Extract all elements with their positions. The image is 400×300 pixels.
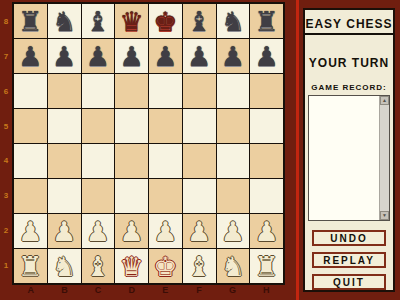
square-b5[interactable] [48,109,81,143]
black-knight-icon[interactable]: ♞ [52,8,76,35]
square-h2[interactable]: ♟ [250,214,283,248]
rank-label-2: 2 [0,213,12,248]
square-d5[interactable] [115,109,148,143]
square-f3[interactable] [183,179,216,213]
black-pawn-icon[interactable]: ♟ [52,43,76,70]
rank-label-4: 4 [0,144,12,179]
file-label-a: A [14,285,48,298]
square-h7[interactable]: ♟ [250,39,283,73]
black-bishop-icon[interactable]: ♝ [187,8,211,35]
square-c3[interactable] [82,179,115,213]
board-frame: ♜♞♝♛♚♝♞♜♟♟♟♟♟♟♟♟♟♟♟♟♟♟♟♟♜♞♝♛♚♝♞♜ [12,2,285,285]
game-record-box: ▲ ▼ [308,95,390,221]
square-f8[interactable]: ♝ [183,4,216,38]
white-rook-icon[interactable]: ♜ [255,253,279,280]
black-pawn-icon[interactable]: ♟ [187,43,211,70]
scrollbar-down-icon[interactable]: ▼ [380,211,389,220]
white-bishop-icon[interactable]: ♝ [187,253,211,280]
turn-status: YOUR TURN [309,56,389,70]
square-b7[interactable]: ♟ [48,39,81,73]
square-g7[interactable]: ♟ [217,39,250,73]
square-c5[interactable] [82,109,115,143]
white-pawn-icon[interactable]: ♟ [187,218,211,245]
file-label-b: B [48,285,82,298]
square-h8[interactable]: ♜ [250,4,283,38]
square-e3[interactable] [149,179,182,213]
square-g1[interactable]: ♞ [217,249,250,283]
file-labels: ABCDEFGH [14,285,283,298]
white-rook-icon[interactable]: ♜ [18,253,42,280]
square-d8[interactable]: ♛ [115,4,148,38]
square-c7[interactable]: ♟ [82,39,115,73]
square-g2[interactable]: ♟ [217,214,250,248]
white-pawn-icon[interactable]: ♟ [18,218,42,245]
white-knight-icon[interactable]: ♞ [221,253,245,280]
square-a3[interactable] [14,179,47,213]
black-pawn-icon[interactable]: ♟ [255,43,279,70]
square-a2[interactable]: ♟ [14,214,47,248]
white-pawn-icon[interactable]: ♟ [86,218,110,245]
white-pawn-icon[interactable]: ♟ [153,218,177,245]
square-f4[interactable] [183,144,216,178]
square-d4[interactable] [115,144,148,178]
black-pawn-icon[interactable]: ♟ [86,43,110,70]
quit-button[interactable]: QUIT [312,274,386,290]
square-h3[interactable] [250,179,283,213]
square-h5[interactable] [250,109,283,143]
square-c6[interactable] [82,74,115,108]
file-label-g: G [216,285,250,298]
square-e4[interactable] [149,144,182,178]
scrollbar-up-icon[interactable]: ▲ [380,96,389,105]
game-record-text[interactable] [311,98,378,218]
square-a8[interactable]: ♜ [14,4,47,38]
rank-label-7: 7 [0,39,12,74]
black-pawn-icon[interactable]: ♟ [18,43,42,70]
white-knight-icon[interactable]: ♞ [52,253,76,280]
square-e5[interactable] [149,109,182,143]
square-e6[interactable] [149,74,182,108]
panel-divider-line [296,0,299,300]
black-bishop-icon[interactable]: ♝ [86,8,110,35]
file-label-c: C [81,285,115,298]
chess-board: ♜♞♝♛♚♝♞♜♟♟♟♟♟♟♟♟♟♟♟♟♟♟♟♟♜♞♝♛♚♝♞♜ [14,4,283,283]
white-pawn-icon[interactable]: ♟ [255,218,279,245]
game-title: EASY CHESS [304,17,393,35]
square-b3[interactable] [48,179,81,213]
square-e2[interactable]: ♟ [149,214,182,248]
file-label-e: E [149,285,183,298]
undo-button[interactable]: UNDO [312,230,386,246]
black-knight-icon[interactable]: ♞ [221,8,245,35]
rank-label-3: 3 [0,178,12,213]
square-a1[interactable]: ♜ [14,249,47,283]
scrollbar[interactable]: ▲ ▼ [379,96,389,220]
square-b6[interactable] [48,74,81,108]
square-b4[interactable] [48,144,81,178]
square-a4[interactable] [14,144,47,178]
white-queen-icon[interactable]: ♛ [120,253,144,280]
square-d6[interactable] [115,74,148,108]
white-pawn-icon[interactable]: ♟ [52,218,76,245]
square-c4[interactable] [82,144,115,178]
black-pawn-icon[interactable]: ♟ [153,43,177,70]
square-g4[interactable] [217,144,250,178]
square-f7[interactable]: ♟ [183,39,216,73]
white-pawn-icon[interactable]: ♟ [120,218,144,245]
black-rook-icon[interactable]: ♜ [18,8,42,35]
square-f1[interactable]: ♝ [183,249,216,283]
square-h1[interactable]: ♜ [250,249,283,283]
square-b2[interactable]: ♟ [48,214,81,248]
rank-labels: 87654321 [0,4,12,283]
file-label-h: H [249,285,283,298]
square-d7[interactable]: ♟ [115,39,148,73]
square-g8[interactable]: ♞ [217,4,250,38]
square-h4[interactable] [250,144,283,178]
side-panel: EASY CHESS YOUR TURN GAME RECORD: ▲ ▼ UN… [303,8,395,292]
square-e7[interactable]: ♟ [149,39,182,73]
square-b1[interactable]: ♞ [48,249,81,283]
button-group: UNDO REPLAY QUIT [312,230,386,290]
black-pawn-icon[interactable]: ♟ [120,43,144,70]
square-f6[interactable] [183,74,216,108]
file-label-f: F [182,285,216,298]
rank-label-5: 5 [0,109,12,144]
square-g6[interactable] [217,74,250,108]
white-king-icon[interactable]: ♚ [153,253,177,280]
square-d2[interactable]: ♟ [115,214,148,248]
rank-label-8: 8 [0,4,12,39]
rank-label-6: 6 [0,74,12,109]
square-d1[interactable]: ♛ [115,249,148,283]
square-f2[interactable]: ♟ [183,214,216,248]
black-pawn-icon[interactable]: ♟ [221,43,245,70]
square-e1[interactable]: ♚ [149,249,182,283]
white-pawn-icon[interactable]: ♟ [221,218,245,245]
black-king-icon[interactable]: ♚ [153,8,177,35]
white-bishop-icon[interactable]: ♝ [86,253,110,280]
replay-button[interactable]: REPLAY [312,252,386,268]
square-b8[interactable]: ♞ [48,4,81,38]
square-d3[interactable] [115,179,148,213]
square-g5[interactable] [217,109,250,143]
square-a5[interactable] [14,109,47,143]
square-h6[interactable] [250,74,283,108]
black-queen-icon[interactable]: ♛ [120,8,144,35]
file-label-d: D [115,285,149,298]
rank-label-1: 1 [0,248,12,283]
square-a6[interactable] [14,74,47,108]
game-record-label: GAME RECORD: [311,83,387,92]
square-g3[interactable] [217,179,250,213]
square-c1[interactable]: ♝ [82,249,115,283]
black-rook-icon[interactable]: ♜ [255,8,279,35]
square-c8[interactable]: ♝ [82,4,115,38]
square-e8[interactable]: ♚ [149,4,182,38]
square-a7[interactable]: ♟ [14,39,47,73]
square-f5[interactable] [183,109,216,143]
square-c2[interactable]: ♟ [82,214,115,248]
